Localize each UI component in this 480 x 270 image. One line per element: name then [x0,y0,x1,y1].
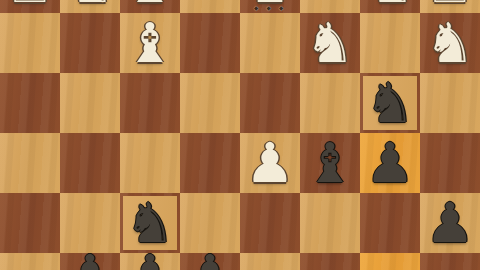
wood-grain-texture [360,13,420,73]
wood-grain-texture [0,133,60,193]
chess-video-frame: ♜♞♝♚◆ ◆ ◆♞♜♝♞♞♞♟♝♟♞♟♟♟♟ [0,0,480,270]
square-g2[interactable] [360,13,420,73]
wood-grain-texture [420,133,480,193]
square-f3[interactable] [300,73,360,133]
wood-grain-texture [240,13,300,73]
wood-grain-texture [180,13,240,73]
white-knight[interactable]: ♞ [300,13,360,73]
square-a2[interactable] [0,13,60,73]
wood-grain-texture [300,73,360,133]
black-bishop[interactable]: ♝ [300,133,360,193]
square-d1[interactable] [180,0,240,13]
square-h1[interactable]: ♜ [420,0,480,13]
square-e2[interactable] [240,13,300,73]
square-d6[interactable]: ♟ [180,253,240,270]
wood-grain-texture [420,73,480,133]
white-knight[interactable]: ♞ [420,13,480,73]
square-b6[interactable]: ♟ [60,253,120,270]
white-knight-base[interactable]: ♞ [60,0,120,13]
wood-grain-texture [240,73,300,133]
square-g1[interactable]: ♞ [360,0,420,13]
square-h6[interactable] [420,253,480,270]
wood-grain-texture [0,253,60,270]
black-pawn[interactable]: ♟ [420,193,480,253]
square-h2[interactable]: ♞ [420,13,480,73]
square-a1[interactable]: ♜ [0,0,60,13]
chessboard: ♜♞♝♚◆ ◆ ◆♞♜♝♞♞♞♟♝♟♞♟♟♟♟ [0,0,480,270]
wood-grain-texture [120,73,180,133]
wood-grain-texture [0,13,60,73]
square-g3[interactable]: ♞ [360,73,420,133]
wood-grain-texture [300,253,360,270]
wood-grain-texture [360,253,420,270]
white-bishop[interactable]: ♝ [120,13,180,73]
square-d2[interactable] [180,13,240,73]
wood-grain-texture [60,193,120,253]
square-e6[interactable] [240,253,300,270]
wood-grain-texture [180,133,240,193]
white-king-base[interactable]: ♚ [240,0,300,13]
square-e3[interactable] [240,73,300,133]
square-d3[interactable] [180,73,240,133]
square-h3[interactable] [420,73,480,133]
square-b1[interactable]: ♞ [60,0,120,13]
square-d4[interactable] [180,133,240,193]
square-f1[interactable] [300,0,360,13]
black-pawn-head[interactable]: ♟ [60,253,120,270]
wood-grain-texture [120,133,180,193]
wood-grain-texture [180,73,240,133]
wood-grain-texture [0,193,60,253]
square-h5[interactable]: ♟ [420,193,480,253]
white-bishop-base[interactable]: ♝ [120,0,180,13]
square-f4[interactable]: ♝ [300,133,360,193]
square-f5[interactable] [300,193,360,253]
square-b3[interactable] [60,73,120,133]
square-e4[interactable]: ♟ [240,133,300,193]
square-g6[interactable] [360,253,420,270]
square-c4[interactable] [120,133,180,193]
wood-grain-texture [0,73,60,133]
square-c2[interactable]: ♝ [120,13,180,73]
wood-grain-texture [60,73,120,133]
white-rook-base[interactable]: ♜ [420,0,480,13]
black-pawn-head[interactable]: ♟ [120,253,180,270]
white-knight-base[interactable]: ♞ [360,0,420,13]
black-pawn[interactable]: ♟ [360,133,420,193]
square-c3[interactable] [120,73,180,133]
white-pawn[interactable]: ♟ [240,133,300,193]
square-d5[interactable] [180,193,240,253]
square-g5[interactable] [360,193,420,253]
white-rook-base[interactable]: ♜ [0,0,60,13]
square-c6[interactable]: ♟ [120,253,180,270]
square-a5[interactable] [0,193,60,253]
wood-grain-texture [240,253,300,270]
black-knight[interactable]: ♞ [360,73,420,133]
wood-grain-texture [60,133,120,193]
square-e1[interactable]: ♚◆ ◆ ◆ [240,0,300,13]
square-h4[interactable] [420,133,480,193]
square-b4[interactable] [60,133,120,193]
wood-grain-texture [180,193,240,253]
square-a3[interactable] [0,73,60,133]
square-c5[interactable]: ♞ [120,193,180,253]
wood-grain-texture [300,0,360,13]
wood-grain-texture [180,0,240,13]
square-g4[interactable]: ♟ [360,133,420,193]
wood-grain-texture [240,193,300,253]
square-b5[interactable] [60,193,120,253]
square-c1[interactable]: ♝ [120,0,180,13]
square-b2[interactable] [60,13,120,73]
wood-grain-texture [360,193,420,253]
square-f6[interactable] [300,253,360,270]
square-a6[interactable] [0,253,60,270]
black-knight[interactable]: ♞ [120,193,180,253]
wood-grain-texture [60,13,120,73]
square-f2[interactable]: ♞ [300,13,360,73]
black-pawn-head[interactable]: ♟ [180,253,240,270]
wood-grain-texture [420,253,480,270]
square-e5[interactable] [240,193,300,253]
wood-grain-texture [300,193,360,253]
square-a4[interactable] [0,133,60,193]
